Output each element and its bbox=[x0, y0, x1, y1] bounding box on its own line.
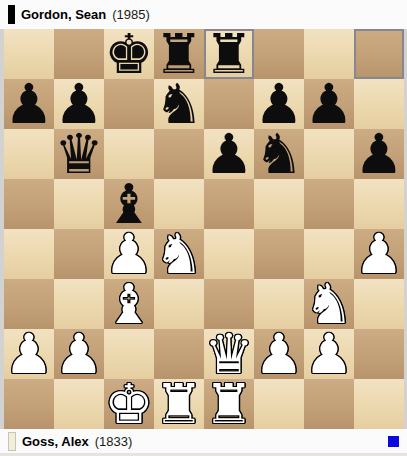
white-color-chip-icon bbox=[8, 432, 16, 451]
piece-white-rook[interactable]: ♜ bbox=[204, 379, 254, 429]
square-a5[interactable] bbox=[4, 179, 54, 229]
square-c1[interactable]: ♚ bbox=[104, 379, 154, 429]
piece-black-pawn[interactable]: ♟ bbox=[354, 129, 404, 179]
square-a4[interactable] bbox=[4, 229, 54, 279]
square-b2[interactable]: ♟ bbox=[54, 329, 104, 379]
square-g5[interactable] bbox=[304, 179, 354, 229]
square-g7[interactable]: ♟ bbox=[304, 79, 354, 129]
square-b1[interactable] bbox=[54, 379, 104, 429]
piece-black-pawn[interactable]: ♟ bbox=[204, 129, 254, 179]
piece-black-rook[interactable]: ♜ bbox=[204, 29, 254, 79]
square-e8[interactable]: ♜ bbox=[204, 29, 254, 79]
square-e1[interactable]: ♜ bbox=[204, 379, 254, 429]
black-player-name: Gordon, Sean bbox=[21, 7, 106, 22]
square-d1[interactable]: ♜ bbox=[154, 379, 204, 429]
square-a7[interactable]: ♟ bbox=[4, 79, 54, 129]
square-f1[interactable] bbox=[254, 379, 304, 429]
square-c7[interactable] bbox=[104, 79, 154, 129]
square-e6[interactable]: ♟ bbox=[204, 129, 254, 179]
square-c8[interactable]: ♚ bbox=[104, 29, 154, 79]
piece-white-pawn[interactable]: ♟ bbox=[304, 329, 354, 379]
square-g1[interactable] bbox=[304, 379, 354, 429]
square-f5[interactable] bbox=[254, 179, 304, 229]
square-a2[interactable]: ♟ bbox=[4, 329, 54, 379]
square-h1[interactable] bbox=[354, 379, 404, 429]
piece-white-pawn[interactable]: ♟ bbox=[254, 329, 304, 379]
piece-black-queen[interactable]: ♛ bbox=[54, 129, 104, 179]
piece-white-pawn[interactable]: ♟ bbox=[354, 229, 404, 279]
white-player-name: Goss, Alex bbox=[22, 434, 89, 449]
square-h6[interactable]: ♟ bbox=[354, 129, 404, 179]
side-to-move-indicator bbox=[388, 436, 399, 447]
square-h8[interactable] bbox=[354, 29, 404, 79]
black-color-chip-icon bbox=[8, 5, 15, 24]
square-e4[interactable] bbox=[204, 229, 254, 279]
square-b5[interactable] bbox=[54, 179, 104, 229]
piece-white-bishop[interactable]: ♝ bbox=[104, 279, 154, 329]
square-a1[interactable] bbox=[4, 379, 54, 429]
square-b4[interactable] bbox=[54, 229, 104, 279]
square-f2[interactable]: ♟ bbox=[254, 329, 304, 379]
square-e5[interactable] bbox=[204, 179, 254, 229]
piece-white-rook[interactable]: ♜ bbox=[154, 379, 204, 429]
board-area: ♚♜♜♟♟♞♟♟♛♟♞♟♝♟♞♟♝♞♟♟♛♟♟♚♜♜ bbox=[0, 29, 407, 429]
board-window: Gordon, Sean (1985) ♚♜♜♟♟♞♟♟♛♟♞♟♝♟♞♟♝♞♟♟… bbox=[0, 0, 407, 456]
chess-board: ♚♜♜♟♟♞♟♟♛♟♞♟♝♟♞♟♝♞♟♟♛♟♟♚♜♜ bbox=[4, 29, 404, 429]
square-d7[interactable]: ♞ bbox=[154, 79, 204, 129]
square-g6[interactable] bbox=[304, 129, 354, 179]
black-player-rating: (1985) bbox=[112, 7, 150, 22]
piece-white-pawn[interactable]: ♟ bbox=[4, 329, 54, 379]
square-h2[interactable] bbox=[354, 329, 404, 379]
piece-black-pawn[interactable]: ♟ bbox=[304, 79, 354, 129]
piece-white-knight[interactable]: ♞ bbox=[154, 229, 204, 279]
square-d4[interactable]: ♞ bbox=[154, 229, 204, 279]
piece-black-knight[interactable]: ♞ bbox=[154, 79, 204, 129]
square-g2[interactable]: ♟ bbox=[304, 329, 354, 379]
square-a6[interactable] bbox=[4, 129, 54, 179]
square-h3[interactable] bbox=[354, 279, 404, 329]
square-f6[interactable]: ♞ bbox=[254, 129, 304, 179]
piece-black-knight[interactable]: ♞ bbox=[254, 129, 304, 179]
square-h4[interactable]: ♟ bbox=[354, 229, 404, 279]
square-c3[interactable]: ♝ bbox=[104, 279, 154, 329]
piece-white-pawn[interactable]: ♟ bbox=[54, 329, 104, 379]
piece-black-pawn[interactable]: ♟ bbox=[4, 79, 54, 129]
square-d3[interactable] bbox=[154, 279, 204, 329]
piece-black-king[interactable]: ♚ bbox=[104, 29, 154, 79]
piece-white-king[interactable]: ♚ bbox=[104, 379, 154, 429]
square-f4[interactable] bbox=[254, 229, 304, 279]
square-b6[interactable]: ♛ bbox=[54, 129, 104, 179]
square-d6[interactable] bbox=[154, 129, 204, 179]
